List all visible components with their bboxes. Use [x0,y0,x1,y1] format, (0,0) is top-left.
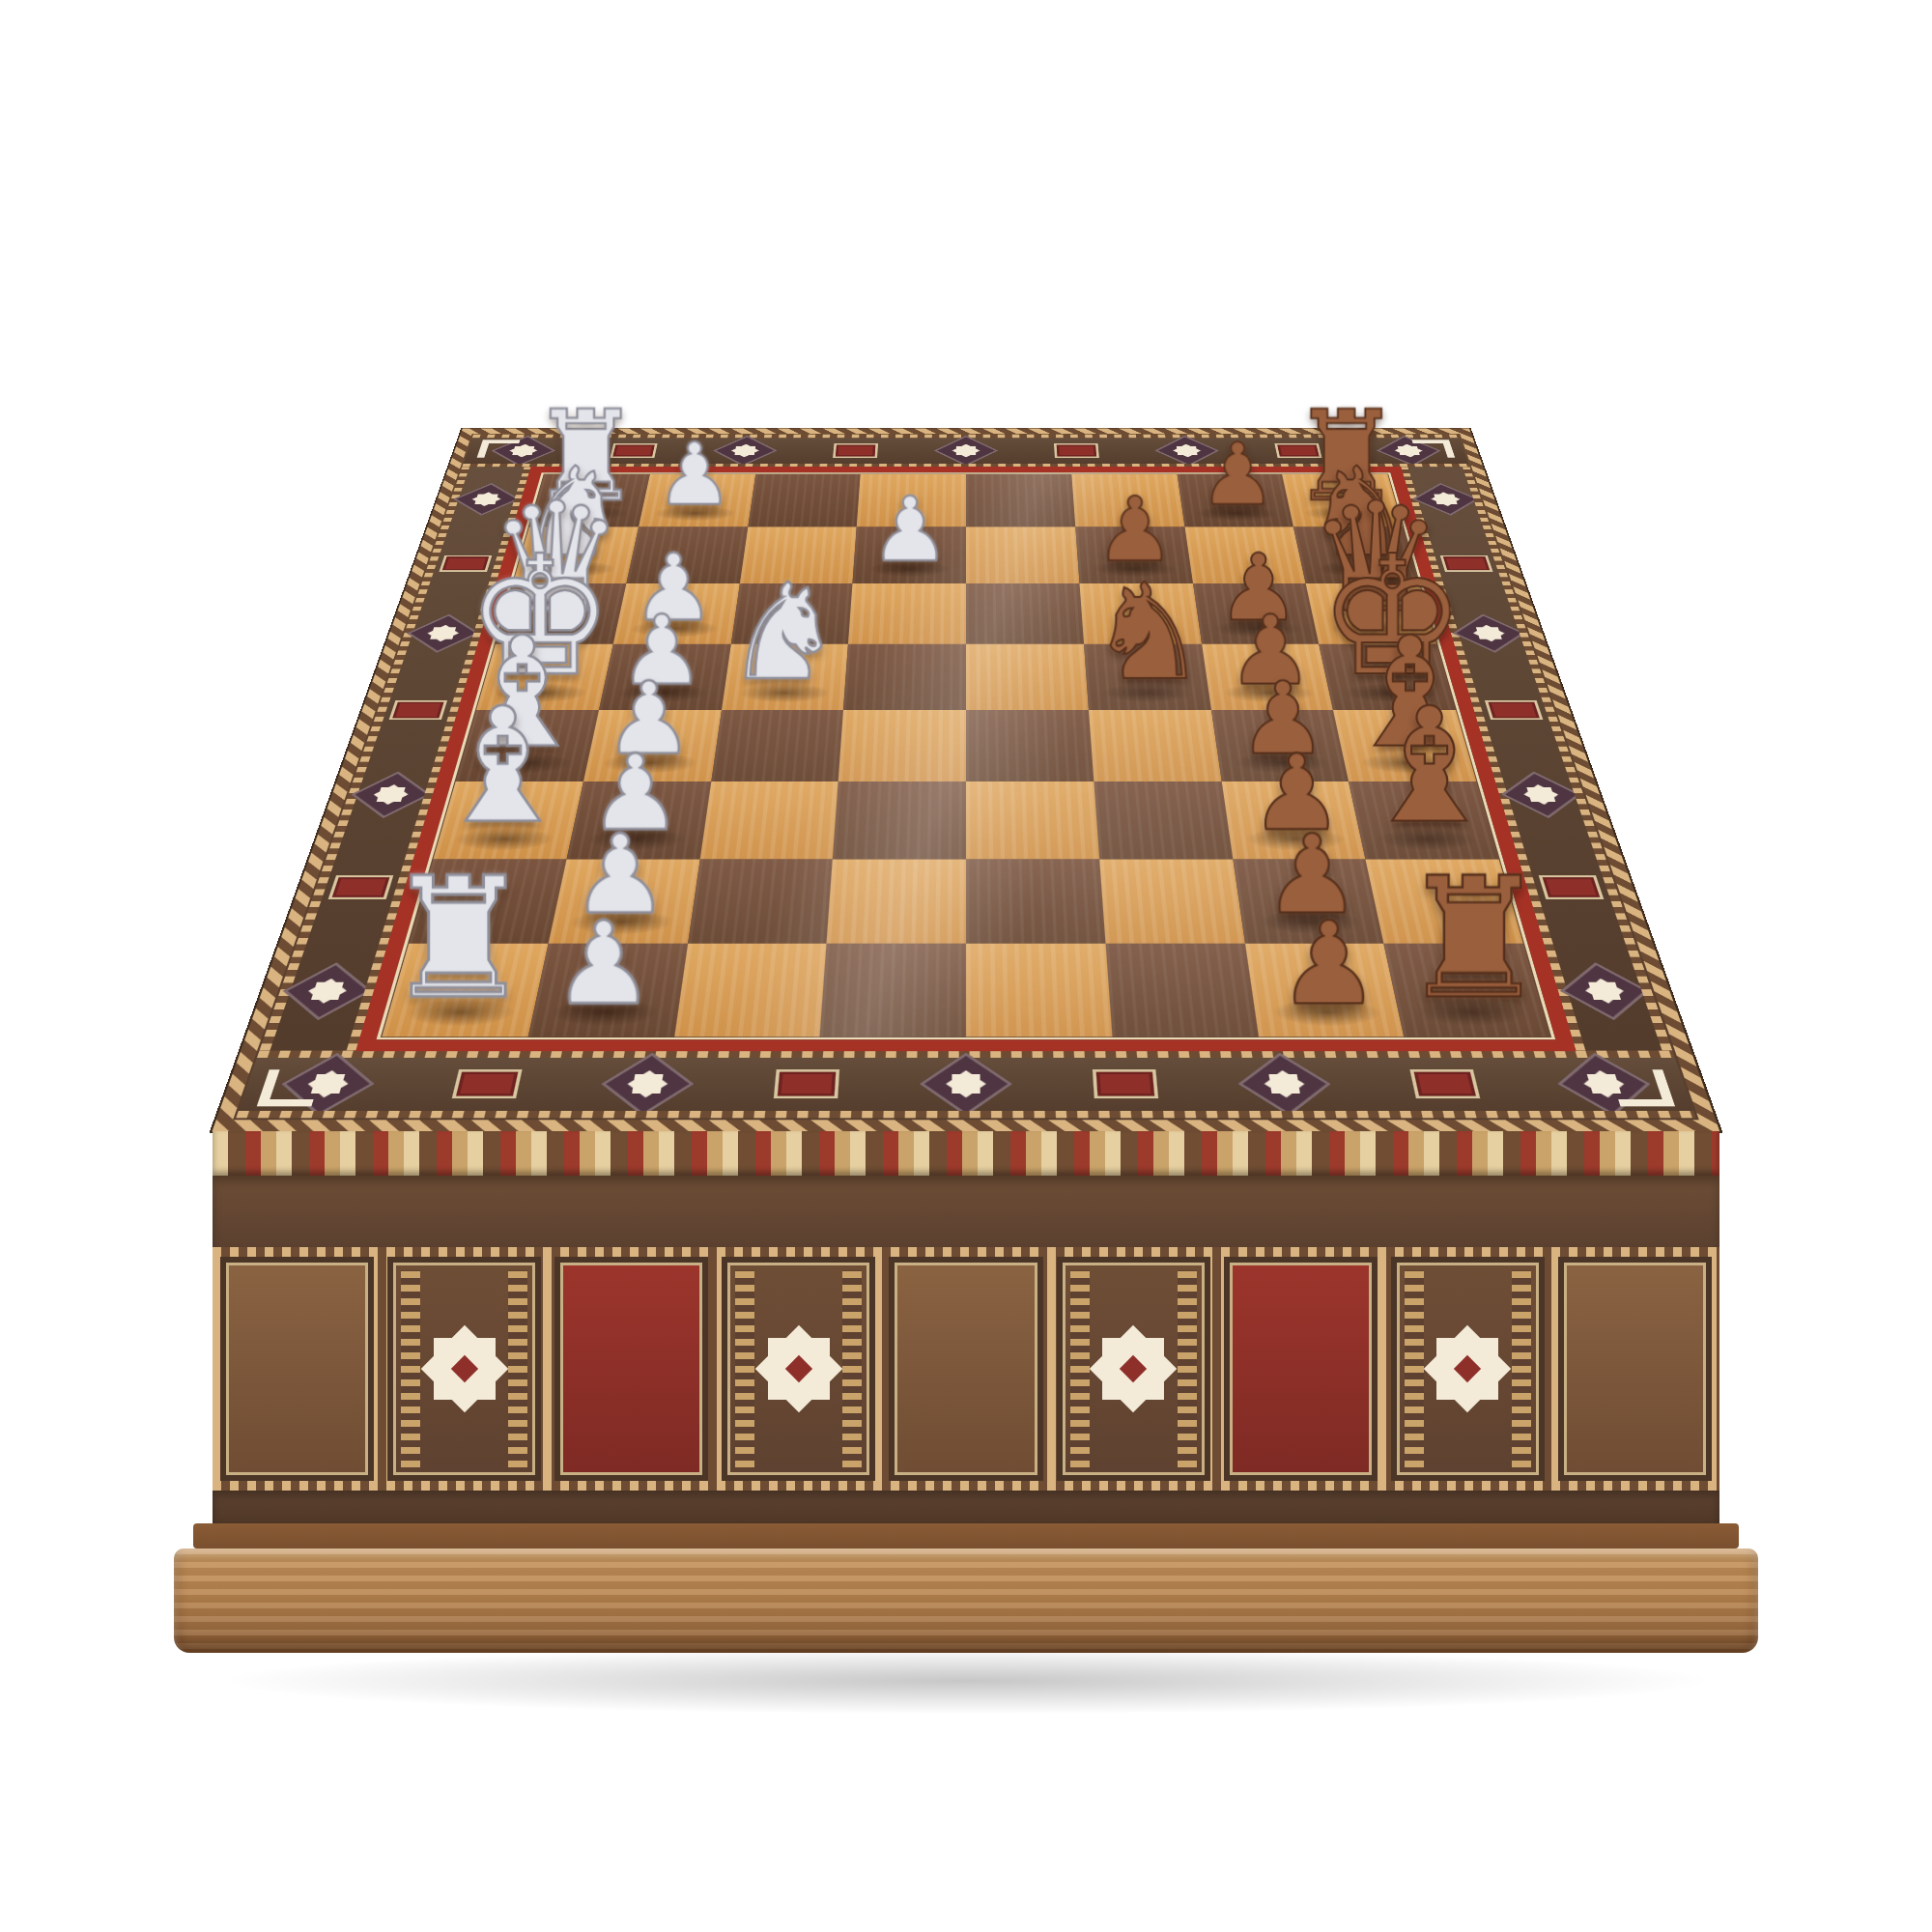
ground-shadow [213,1647,1719,1715]
square-h1[interactable]: ♜ [382,944,548,1037]
red-inlay [833,443,878,457]
eight-point-star-icon [734,446,755,456]
star-diamond-inlay [281,1053,375,1117]
walnut-panel [220,1257,374,1481]
square-d3[interactable]: ♞ [722,644,849,710]
square-a2[interactable]: ♟ [639,474,755,526]
star-diamond-inlay [1501,771,1581,818]
red-panel [1224,1257,1378,1481]
red-inlay [774,1069,839,1098]
star-panel [722,1257,875,1481]
star-panel [1057,1257,1210,1481]
eight-point-star-icon [1588,981,1621,999]
piece-black-pawn-h7[interactable]: ♟ [1277,907,1379,1021]
square-d5[interactable] [966,644,1089,710]
walnut-panel [889,1257,1042,1481]
red-inlay [1409,1069,1480,1098]
front-panel-row [213,1247,1719,1491]
square-c5[interactable] [966,583,1084,644]
eight-point-star-icon [632,1074,663,1094]
red-inlay [1054,443,1099,457]
eight-point-star-icon [512,446,534,456]
square-b5[interactable] [966,526,1079,582]
star-diamond-inlay [1557,1053,1651,1117]
red-panel [554,1257,708,1481]
mosaic-checker-strip [213,1131,1719,1176]
red-inlay [1093,1069,1158,1098]
square-e6[interactable] [1089,710,1221,781]
star-diamond-inlay [1238,1053,1332,1117]
star-diamond-inlay [933,436,998,467]
square-g5[interactable] [966,859,1105,944]
star-diamond-inlay [601,1053,695,1117]
eight-point-star-icon [474,495,497,504]
walnut-panel [1558,1257,1712,1481]
square-h7[interactable]: ♟ [1244,944,1404,1037]
square-b4[interactable]: ♟ [853,526,966,582]
eight-point-star-icon [1177,446,1198,456]
square-f4[interactable] [833,781,966,859]
square-d6[interactable]: ♞ [1084,644,1211,710]
pinwheel-star-icon [768,1338,830,1400]
eight-point-star-icon [1526,787,1555,802]
square-e4[interactable] [838,710,966,781]
eight-point-star-icon [1434,495,1457,504]
square-h5[interactable] [966,944,1112,1037]
star-diamond-inlay [1560,962,1649,1020]
piece-black-knight-d6[interactable]: ♞ [1089,567,1207,699]
piece-black-bishop-f8[interactable]: ♝ [1358,688,1500,846]
square-e3[interactable] [711,710,843,781]
mosaic-border-bottom [236,1051,1696,1119]
eight-point-star-icon [1587,1074,1621,1094]
piece-white-bishop-f1[interactable]: ♝ [432,688,574,846]
star-diamond-inlay [351,771,431,818]
square-h4[interactable] [820,944,966,1037]
pinwheel-star-icon [1436,1338,1498,1400]
square-h8[interactable]: ♜ [1384,944,1550,1037]
piece-white-pawn-b4[interactable]: ♟ [869,485,949,574]
eight-point-star-icon [377,787,406,802]
chess-grid: ♜♟♟♜♞♟♟♞♛♟♟♛♚♟♞♞♟♚♝♟♟♝♝♟♟♝♟♟♜♟♟♜ [382,474,1550,1037]
piece-black-pawn-a7[interactable]: ♟ [1199,433,1276,519]
piece-white-pawn-h2[interactable]: ♟ [553,907,655,1021]
square-h6[interactable] [1105,944,1258,1037]
square-g4[interactable] [827,859,966,944]
square-g3[interactable] [688,859,834,944]
eight-point-star-icon [311,1074,345,1094]
base-plinth [174,1548,1758,1653]
front-face-lower-band [213,1491,1719,1523]
pinwheel-star-icon [1102,1338,1164,1400]
base-step-molding [193,1523,1739,1548]
piece-white-rook-h1[interactable]: ♜ [384,854,533,1021]
square-c4[interactable] [848,583,966,644]
star-panel [387,1257,541,1481]
piece-white-pawn-a2[interactable]: ♟ [656,433,733,519]
piece-black-rook-h8[interactable]: ♜ [1399,854,1548,1021]
red-inlay [452,1069,523,1098]
star-diamond-inlay [920,1053,1013,1117]
square-f3[interactable] [699,781,838,859]
eight-point-star-icon [1476,628,1502,639]
pinwheel-star-icon [434,1338,496,1400]
square-g6[interactable] [1099,859,1245,944]
piece-white-knight-d3[interactable]: ♞ [724,567,843,699]
photo-stage: ♜♟♟♜♞♟♟♞♛♟♟♛♚♟♞♞♟♚♝♟♟♝♝♟♟♝♟♟♜♟♟♜ [0,0,1932,1932]
eight-point-star-icon [952,1074,980,1094]
eight-point-star-icon [1269,1074,1300,1094]
eight-point-star-icon [1397,446,1419,456]
square-a5[interactable] [966,474,1075,526]
square-f5[interactable] [966,781,1099,859]
eight-point-star-icon [956,446,976,456]
star-diamond-inlay [283,962,372,1020]
front-face-upper-band [213,1176,1719,1247]
square-a7[interactable]: ♟ [1177,474,1293,526]
star-panel [1391,1257,1545,1481]
square-d4[interactable] [843,644,966,710]
square-a3[interactable] [748,474,861,526]
square-h2[interactable]: ♟ [527,944,687,1037]
box-front-face [213,1131,1719,1523]
square-e5[interactable] [966,710,1094,781]
board-surface: ♜♟♟♜♞♟♟♞♛♟♟♛♚♟♞♞♟♚♝♟♟♝♝♟♟♝♟♟♜♟♟♜ [212,429,1719,1132]
square-f6[interactable] [1094,781,1233,859]
eight-point-star-icon [430,628,456,639]
eight-point-star-icon [311,981,344,999]
square-h3[interactable] [674,944,827,1037]
